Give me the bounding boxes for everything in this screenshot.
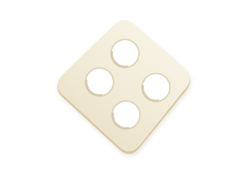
product-photo-canvas bbox=[0, 0, 243, 170]
tile-body bbox=[57, 20, 190, 155]
dice-tile-photo bbox=[0, 0, 243, 170]
